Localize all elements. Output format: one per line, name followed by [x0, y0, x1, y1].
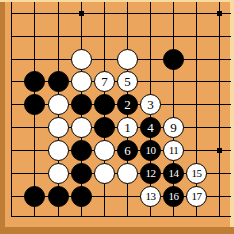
black-stone-6: 6	[117, 140, 138, 161]
move-number: 2	[124, 98, 131, 111]
white-stone	[48, 163, 69, 184]
grid-line-vertical	[219, 2, 220, 217]
black-stone-2: 2	[117, 94, 138, 115]
black-stone-10: 10	[140, 140, 161, 161]
star-point	[217, 148, 222, 153]
white-stone	[94, 163, 115, 184]
white-stone-3: 3	[140, 94, 161, 115]
black-stone	[94, 117, 115, 138]
board-frame-top	[0, 0, 234, 2]
black-stone-4: 4	[140, 117, 161, 138]
grid-line-horizontal	[11, 36, 231, 37]
white-stone-7: 7	[94, 71, 115, 92]
board-frame-bottom	[0, 227, 234, 234]
white-stone	[117, 163, 138, 184]
black-stone	[48, 71, 69, 92]
black-stone	[94, 94, 115, 115]
white-stone	[71, 71, 92, 92]
move-number: 3	[147, 98, 154, 111]
black-stone	[24, 94, 45, 115]
move-number: 11	[169, 145, 179, 156]
white-stone-13: 13	[140, 186, 161, 207]
white-stone	[117, 49, 138, 70]
move-number: 9	[170, 121, 177, 134]
black-stone-14: 14	[163, 163, 184, 184]
black-stone	[24, 186, 45, 207]
white-stone-5: 5	[117, 71, 138, 92]
board-frame-left	[0, 2, 5, 234]
move-number: 5	[124, 75, 131, 88]
white-stone	[94, 140, 115, 161]
grid-line-horizontal	[11, 13, 231, 14]
white-stone-11: 11	[163, 140, 184, 161]
grid-line-vertical	[196, 2, 197, 217]
white-stone-15: 15	[186, 163, 207, 184]
black-stone	[71, 94, 92, 115]
white-stone-17: 17	[186, 186, 207, 207]
white-stone	[71, 117, 92, 138]
black-stone-12: 12	[140, 163, 161, 184]
move-number: 13	[146, 191, 156, 202]
black-stone	[24, 71, 45, 92]
go-board: 752314961011121415131617	[0, 0, 234, 234]
white-stone	[48, 117, 69, 138]
move-number: 1	[124, 121, 131, 134]
black-stone	[71, 186, 92, 207]
white-stone	[48, 94, 69, 115]
black-stone	[163, 49, 184, 70]
grid-line-vertical	[11, 2, 12, 217]
move-number: 14	[169, 168, 179, 179]
move-number: 6	[124, 144, 131, 157]
white-stone	[48, 140, 69, 161]
star-point	[217, 11, 222, 16]
move-number: 17	[192, 191, 202, 202]
move-number: 7	[101, 75, 108, 88]
move-number: 4	[147, 121, 154, 134]
move-number: 12	[146, 168, 156, 179]
star-point	[79, 11, 84, 16]
move-number: 15	[192, 168, 202, 179]
move-number: 10	[146, 145, 156, 156]
white-stone	[71, 49, 92, 70]
move-number: 16	[169, 191, 179, 202]
white-stone-1: 1	[117, 117, 138, 138]
grid-line-horizontal	[11, 216, 231, 217]
black-stone	[71, 163, 92, 184]
black-stone	[48, 186, 69, 207]
grid-line-vertical	[173, 2, 174, 217]
black-stone-16: 16	[163, 186, 184, 207]
black-stone	[71, 140, 92, 161]
white-stone-9: 9	[163, 117, 184, 138]
